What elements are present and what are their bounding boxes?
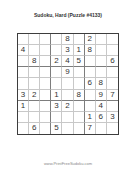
cell-r6c3[interactable] xyxy=(40,90,51,101)
cell-r1c4[interactable] xyxy=(51,34,62,45)
cell-r8c5[interactable] xyxy=(62,112,73,123)
cell-r8c1[interactable] xyxy=(18,112,29,123)
cell-r7c5: 2 xyxy=(62,101,73,112)
cell-r7c2[interactable] xyxy=(29,101,40,112)
cell-r1c7: 2 xyxy=(85,34,96,45)
cell-r2c6: 1 xyxy=(74,45,85,56)
cell-r9c9[interactable] xyxy=(107,123,118,134)
cell-r8c4[interactable] xyxy=(51,112,62,123)
cell-r3c7[interactable] xyxy=(85,56,96,67)
cell-r6c8: 9 xyxy=(96,90,107,101)
cell-r4c2[interactable] xyxy=(29,67,40,78)
cell-r4c5: 9 xyxy=(62,67,73,78)
cell-r7c7[interactable] xyxy=(85,101,96,112)
cell-r2c5: 3 xyxy=(62,45,73,56)
cell-r3c2: 8 xyxy=(29,56,40,67)
cell-r6c6: 8 xyxy=(74,90,85,101)
cell-r4c7[interactable] xyxy=(85,67,96,78)
cell-r7c8: 4 xyxy=(96,101,107,112)
cell-r2c2[interactable] xyxy=(29,45,40,56)
cell-r5c4[interactable] xyxy=(51,78,62,89)
cell-r1c1[interactable] xyxy=(18,34,29,45)
cell-r1c9[interactable] xyxy=(107,34,118,45)
cell-r4c8[interactable] xyxy=(96,67,107,78)
cell-r2c4[interactable] xyxy=(51,45,62,56)
cell-r7c3[interactable] xyxy=(40,101,51,112)
cell-r9c6[interactable] xyxy=(74,123,85,134)
page-title: Sudoku, Hard (Puzzle #4133) xyxy=(0,12,136,18)
cell-r9c7: 7 xyxy=(85,123,96,134)
puzzle-page: Sudoku, Hard (Puzzle #4133) 824318824569… xyxy=(0,0,136,176)
cell-r3c3[interactable] xyxy=(40,56,51,67)
cell-r5c6[interactable] xyxy=(74,78,85,89)
cell-r3c9: 6 xyxy=(107,56,118,67)
cell-r1c5: 8 xyxy=(62,34,73,45)
cell-r2c3[interactable] xyxy=(40,45,51,56)
cell-r6c7[interactable] xyxy=(85,90,96,101)
sudoku-board: 824318824569683218971324163657 xyxy=(17,33,119,135)
cell-r6c1: 3 xyxy=(18,90,29,101)
cell-r2c7: 8 xyxy=(85,45,96,56)
cell-r2c9[interactable] xyxy=(107,45,118,56)
cell-r9c3[interactable] xyxy=(40,123,51,134)
cell-r3c4: 2 xyxy=(51,56,62,67)
cell-r4c4[interactable] xyxy=(51,67,62,78)
cell-r8c8: 6 xyxy=(96,112,107,123)
cell-r8c9: 3 xyxy=(107,112,118,123)
cell-r6c5[interactable] xyxy=(62,90,73,101)
cell-r4c9[interactable] xyxy=(107,67,118,78)
cell-r9c2: 6 xyxy=(29,123,40,134)
cell-r9c8[interactable] xyxy=(96,123,107,134)
cell-r6c9: 7 xyxy=(107,90,118,101)
cell-r5c9[interactable] xyxy=(107,78,118,89)
cell-r7c4: 3 xyxy=(51,101,62,112)
cell-r6c4: 1 xyxy=(51,90,62,101)
cell-r1c6[interactable] xyxy=(74,34,85,45)
cell-r9c1[interactable] xyxy=(18,123,29,134)
cell-r9c5[interactable] xyxy=(62,123,73,134)
cell-r9c4: 5 xyxy=(51,123,62,134)
cell-r5c1[interactable] xyxy=(18,78,29,89)
cell-r7c9[interactable] xyxy=(107,101,118,112)
cell-r7c1: 1 xyxy=(18,101,29,112)
cell-r5c7: 6 xyxy=(85,78,96,89)
cell-r6c2: 2 xyxy=(29,90,40,101)
cell-r4c1[interactable] xyxy=(18,67,29,78)
cell-r8c2[interactable] xyxy=(29,112,40,123)
cell-r3c6: 5 xyxy=(74,56,85,67)
cell-r1c2[interactable] xyxy=(29,34,40,45)
cell-r3c8[interactable] xyxy=(96,56,107,67)
cell-r5c2[interactable] xyxy=(29,78,40,89)
cell-r1c3[interactable] xyxy=(40,34,51,45)
footer-url: www.PrintFreeSudoku.com xyxy=(0,161,136,166)
cell-r7c6[interactable] xyxy=(74,101,85,112)
cell-r5c3[interactable] xyxy=(40,78,51,89)
cell-r4c3[interactable] xyxy=(40,67,51,78)
cell-r8c6[interactable] xyxy=(74,112,85,123)
cell-r5c5[interactable] xyxy=(62,78,73,89)
cell-r2c1: 4 xyxy=(18,45,29,56)
cell-r5c8: 8 xyxy=(96,78,107,89)
cell-r8c7: 1 xyxy=(85,112,96,123)
cell-r4c6[interactable] xyxy=(74,67,85,78)
cell-r2c8[interactable] xyxy=(96,45,107,56)
cell-r1c8[interactable] xyxy=(96,34,107,45)
cell-r3c5: 4 xyxy=(62,56,73,67)
cell-r3c1[interactable] xyxy=(18,56,29,67)
cell-r8c3[interactable] xyxy=(40,112,51,123)
